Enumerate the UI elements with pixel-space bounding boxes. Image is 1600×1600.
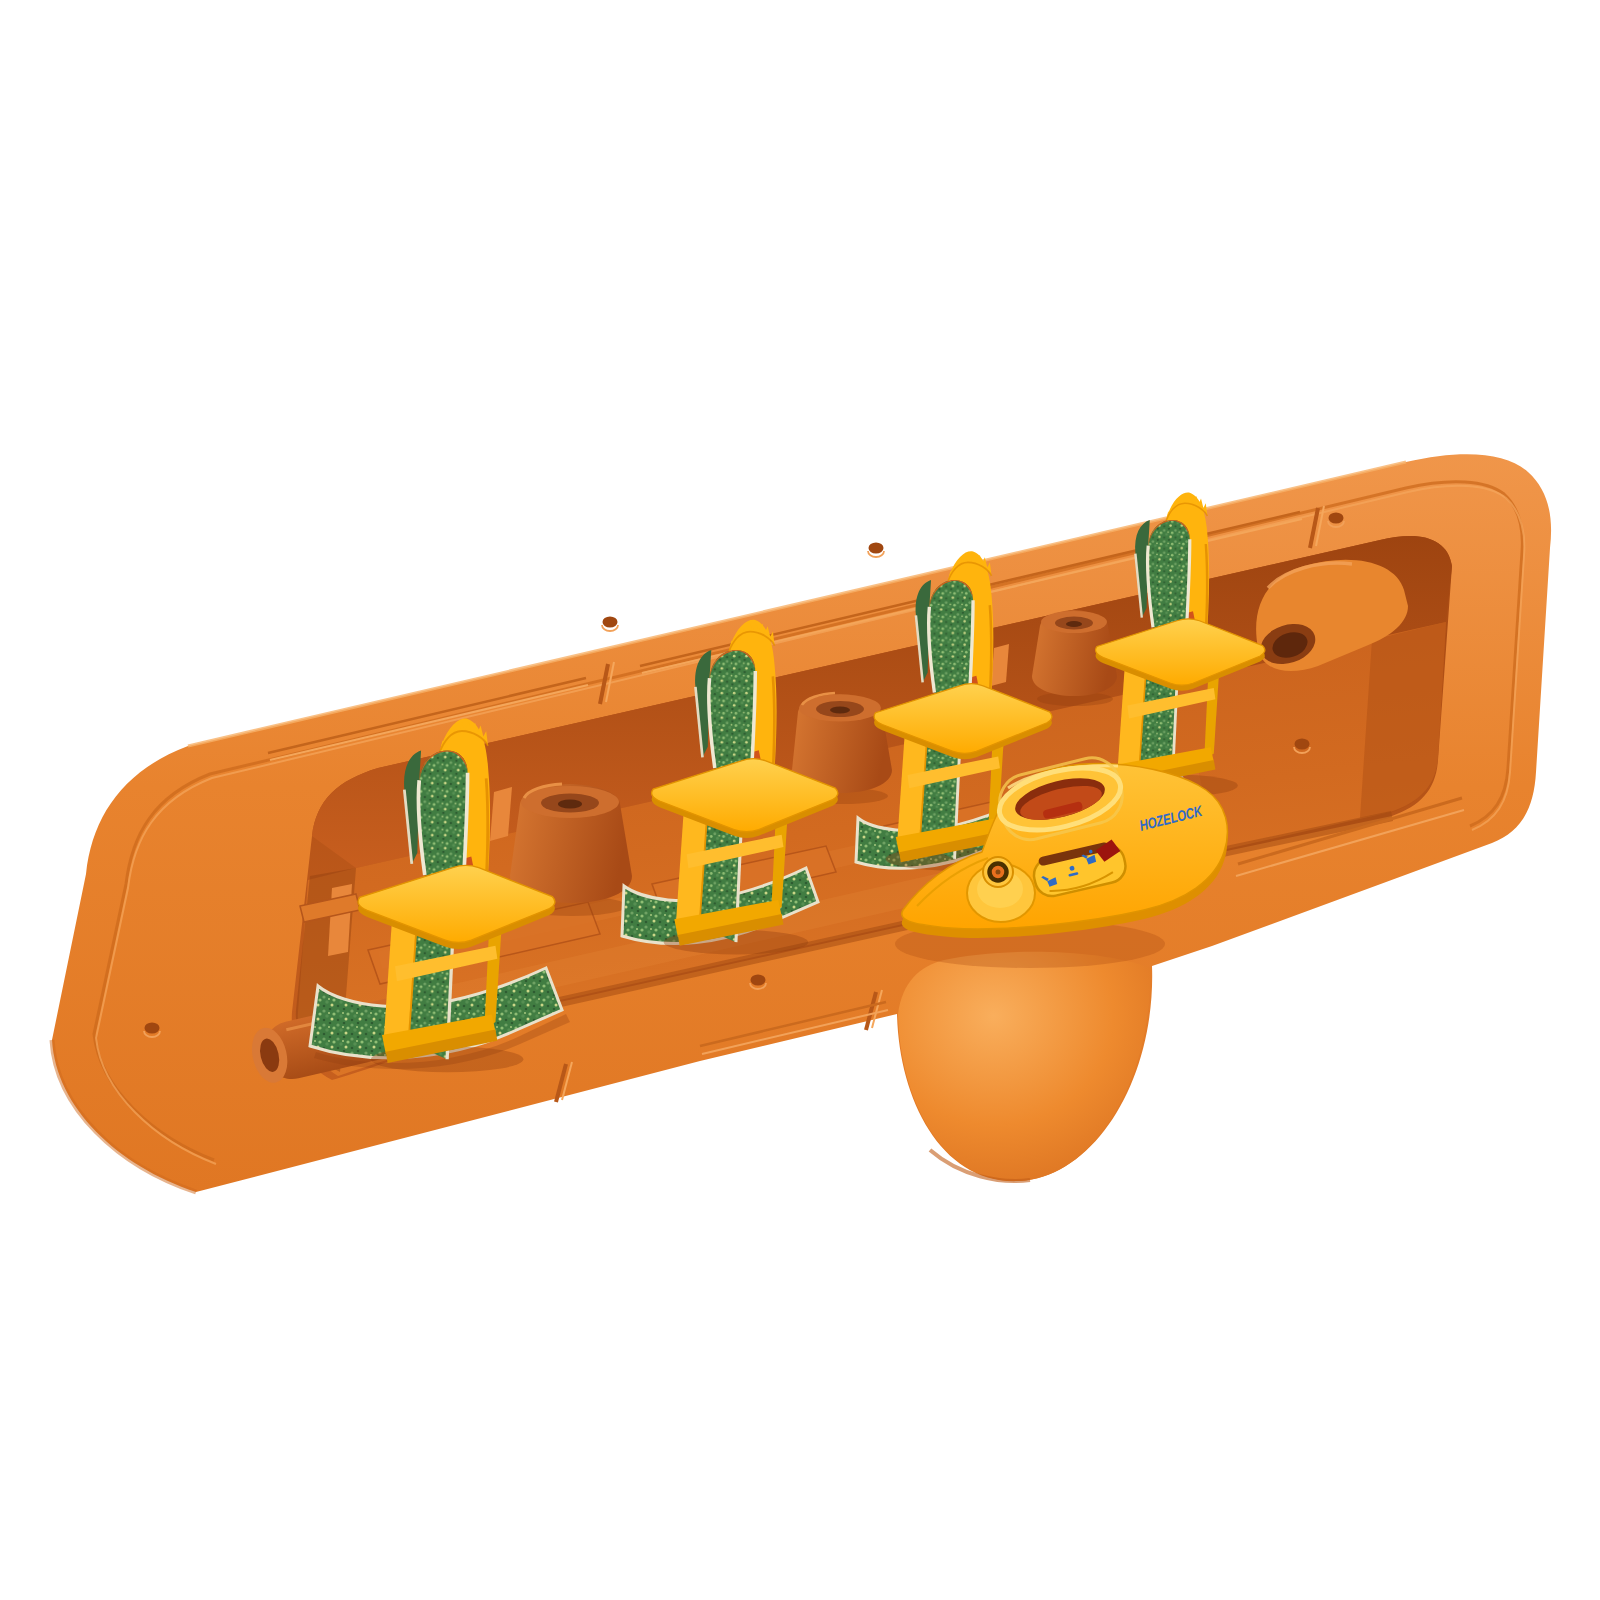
product-photo: HOZELOCK <box>0 0 1600 1600</box>
reservoir-dome <box>895 920 1165 1181</box>
step-molding <box>328 884 352 956</box>
